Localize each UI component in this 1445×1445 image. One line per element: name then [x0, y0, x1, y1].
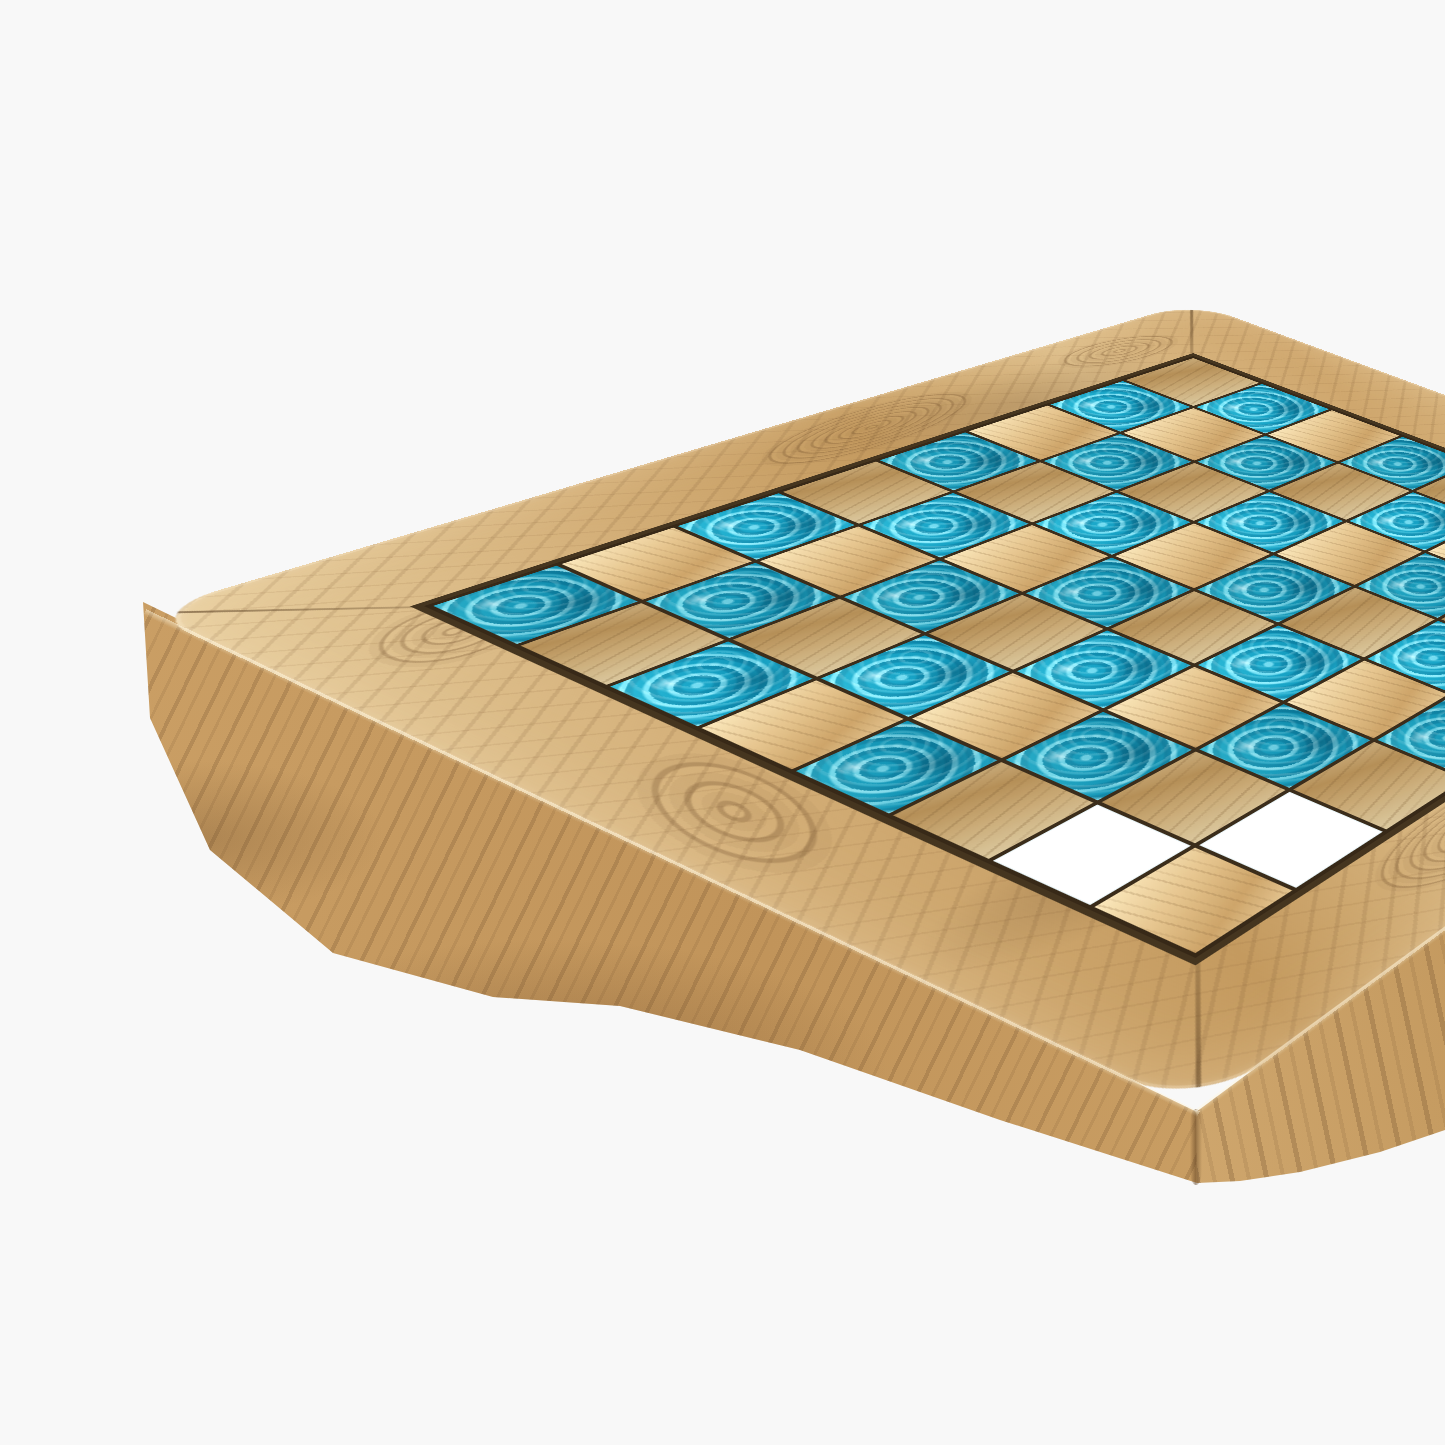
frame-miter-seam — [1195, 955, 1201, 1113]
board-corner-edge — [1190, 1109, 1202, 1185]
product-photo-stage — [0, 0, 1445, 1445]
frame-miter-seam — [1190, 302, 1193, 357]
frame-miter-seam — [145, 606, 428, 614]
